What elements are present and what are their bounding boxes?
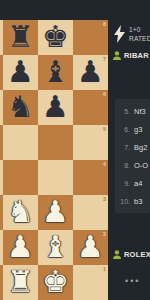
black-piece-f7: ♟ bbox=[3, 55, 38, 90]
square-f5[interactable] bbox=[3, 125, 38, 160]
move-row-6[interactable]: 6.g3 bbox=[117, 120, 150, 138]
rated-label: RATED bbox=[129, 34, 150, 43]
move-san[interactable]: g3 bbox=[134, 125, 142, 134]
square-g8[interactable]: ♚ bbox=[38, 20, 73, 55]
chess-board[interactable]: ♜♚8♟♝♟7♞♟654♞♟3♟♝♟2♜♚1 bbox=[0, 20, 108, 300]
square-f7[interactable]: ♟ bbox=[3, 55, 38, 90]
square-g7[interactable]: ♝ bbox=[38, 55, 73, 90]
square-h1[interactable]: 1 bbox=[73, 265, 108, 300]
rank-coordinate-5: 5 bbox=[103, 126, 106, 132]
black-piece-g6: ♟ bbox=[38, 90, 73, 125]
rank-coordinate-1: 1 bbox=[103, 266, 106, 272]
square-h8[interactable]: 8 bbox=[73, 20, 108, 55]
square-h7[interactable]: ♟7 bbox=[73, 55, 108, 90]
rank-coordinate-4: 4 bbox=[103, 161, 106, 167]
square-f2[interactable]: ♟ bbox=[3, 230, 38, 265]
move-number: 7. bbox=[117, 144, 130, 151]
white-piece-f2: ♟ bbox=[3, 230, 38, 265]
white-piece-f1: ♜ bbox=[3, 265, 38, 300]
black-piece-g8: ♚ bbox=[38, 20, 73, 55]
square-f8[interactable]: ♜ bbox=[3, 20, 38, 55]
square-g2[interactable]: ♝ bbox=[38, 230, 73, 265]
time-control-label: 1+0 bbox=[129, 25, 150, 34]
rank-coordinate-7: 7 bbox=[103, 56, 106, 62]
square-g6[interactable]: ♟ bbox=[38, 90, 73, 125]
white-piece-g3: ♟ bbox=[38, 195, 73, 230]
square-h2[interactable]: ♟2 bbox=[73, 230, 108, 265]
move-row-7[interactable]: 7.Bg2 bbox=[117, 138, 150, 156]
move-row-10[interactable]: 10.b3 bbox=[117, 192, 150, 210]
move-number: 5. bbox=[117, 108, 130, 115]
rank-coordinate-2: 2 bbox=[103, 231, 106, 237]
menu-dots-button[interactable]: ••• bbox=[125, 276, 140, 286]
move-row-8[interactable]: 8.O-O bbox=[117, 156, 150, 174]
player-bottom-name[interactable]: ROLEX bbox=[124, 250, 150, 259]
rank-coordinate-3: 3 bbox=[103, 196, 106, 202]
square-f1[interactable]: ♜ bbox=[3, 265, 38, 300]
square-g5[interactable] bbox=[38, 125, 73, 160]
bullet-lightning-icon bbox=[114, 25, 125, 43]
move-row-5[interactable]: 5.Nf3 bbox=[117, 102, 150, 120]
move-row-9[interactable]: 9.a4 bbox=[117, 174, 150, 192]
move-number: 9. bbox=[117, 180, 130, 187]
game-meta-text: 1+0 RATED bbox=[129, 25, 150, 43]
game-meta: 1+0 RATED bbox=[114, 25, 150, 43]
player-online-icon bbox=[113, 250, 121, 259]
white-piece-f3: ♞ bbox=[3, 195, 38, 230]
move-san[interactable]: O-O bbox=[134, 161, 148, 170]
move-san[interactable]: a4 bbox=[134, 179, 142, 188]
square-g3[interactable]: ♟ bbox=[38, 195, 73, 230]
black-piece-f8: ♜ bbox=[3, 20, 38, 55]
black-piece-f6: ♞ bbox=[3, 90, 38, 125]
move-number: 10. bbox=[117, 198, 130, 205]
square-f3[interactable]: ♞ bbox=[3, 195, 38, 230]
rank-coordinate-6: 6 bbox=[103, 91, 106, 97]
square-h5[interactable]: 5 bbox=[73, 125, 108, 160]
white-piece-g1: ♚ bbox=[38, 265, 73, 300]
square-g1[interactable]: ♚ bbox=[38, 265, 73, 300]
white-piece-g2: ♝ bbox=[38, 230, 73, 265]
black-piece-g7: ♝ bbox=[38, 55, 73, 90]
move-san[interactable]: Nf3 bbox=[134, 107, 146, 116]
side-panel: 1+0 RATED RIBAR 5.Nf36.g37.Bg28.O-O9.a41… bbox=[108, 0, 150, 300]
square-f4[interactable] bbox=[3, 160, 38, 195]
move-san[interactable]: b3 bbox=[134, 197, 142, 206]
square-f6[interactable]: ♞ bbox=[3, 90, 38, 125]
player-top[interactable]: RIBAR bbox=[113, 51, 149, 60]
move-san[interactable]: Bg2 bbox=[134, 143, 147, 152]
move-number: 8. bbox=[117, 162, 130, 169]
move-list[interactable]: 5.Nf36.g37.Bg28.O-O9.a410.b3 bbox=[115, 99, 150, 213]
player-online-icon bbox=[113, 51, 121, 60]
square-g4[interactable] bbox=[38, 160, 73, 195]
move-number: 6. bbox=[117, 126, 130, 133]
player-bottom[interactable]: ROLEX bbox=[113, 250, 150, 259]
rank-coordinate-8: 8 bbox=[103, 21, 106, 27]
square-h3[interactable]: 3 bbox=[73, 195, 108, 230]
square-h4[interactable]: 4 bbox=[73, 160, 108, 195]
square-h6[interactable]: 6 bbox=[73, 90, 108, 125]
player-top-name[interactable]: RIBAR bbox=[124, 51, 149, 60]
